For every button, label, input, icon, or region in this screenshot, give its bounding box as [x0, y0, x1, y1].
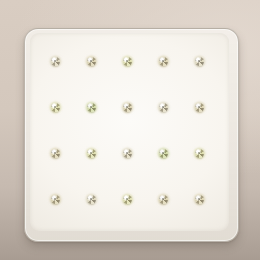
crystal-stud — [51, 195, 60, 204]
crystal-stud — [87, 149, 96, 158]
grid-cell — [37, 84, 73, 130]
crystal-stud — [195, 149, 204, 158]
product-photo — [0, 0, 260, 260]
crystal-stud — [195, 57, 204, 66]
grid-cell — [145, 130, 181, 176]
grid-cell — [37, 38, 73, 84]
crystal-stud — [159, 103, 168, 112]
crystal-stud — [87, 103, 96, 112]
grid-cell — [109, 130, 145, 176]
stud-grid — [37, 38, 217, 222]
grid-cell — [37, 176, 73, 222]
crystal-stud — [123, 149, 132, 158]
grid-cell — [181, 38, 217, 84]
crystal-stud — [51, 57, 60, 66]
crystal-stud — [51, 149, 60, 158]
crystal-stud — [159, 149, 168, 158]
grid-cell — [145, 176, 181, 222]
grid-cell — [73, 176, 109, 222]
grid-cell — [109, 38, 145, 84]
grid-cell — [109, 84, 145, 130]
crystal-stud — [159, 57, 168, 66]
crystal-stud — [123, 195, 132, 204]
crystal-stud — [51, 103, 60, 112]
grid-cell — [181, 84, 217, 130]
crystal-stud — [195, 195, 204, 204]
crystal-stud — [195, 103, 204, 112]
grid-cell — [73, 84, 109, 130]
crystal-stud — [123, 103, 132, 112]
grid-cell — [73, 38, 109, 84]
crystal-stud — [159, 195, 168, 204]
crystal-stud — [123, 57, 132, 66]
grid-cell — [73, 130, 109, 176]
grid-cell — [145, 38, 181, 84]
crystal-stud — [87, 195, 96, 204]
grid-cell — [109, 176, 145, 222]
grid-cell — [37, 130, 73, 176]
grid-cell — [181, 130, 217, 176]
grid-cell — [181, 176, 217, 222]
grid-cell — [145, 84, 181, 130]
crystal-stud — [87, 57, 96, 66]
